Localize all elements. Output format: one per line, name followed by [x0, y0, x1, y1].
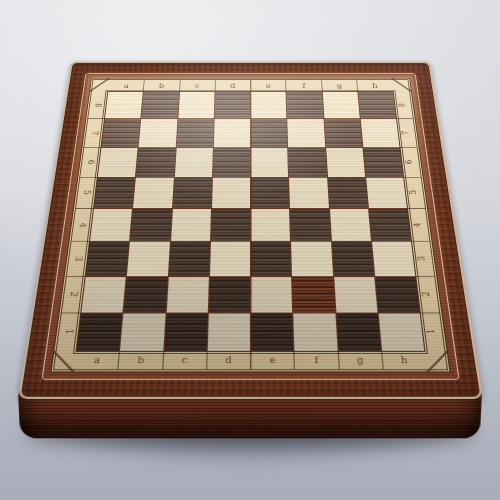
rank-label-1: 1 [420, 312, 445, 351]
square-e2[interactable] [251, 277, 292, 313]
file-label-f: f [285, 80, 321, 92]
rank-label-7: 7 [84, 118, 105, 146]
file-label-c: c [179, 80, 215, 92]
square-f3[interactable] [291, 242, 332, 276]
square-e4[interactable] [251, 209, 290, 241]
square-a1[interactable] [77, 313, 123, 351]
file-label-d: d [214, 80, 250, 92]
square-d2[interactable] [209, 277, 250, 313]
square-c4[interactable] [171, 209, 211, 241]
square-h2[interactable] [375, 277, 420, 313]
square-d6[interactable] [213, 148, 250, 177]
square-h4[interactable] [369, 209, 411, 241]
scene: abcdefgh abcdefgh 87654321 87654321 [0, 0, 500, 500]
board-box-side [18, 393, 482, 438]
square-d8[interactable] [214, 92, 250, 118]
border-corner-mitre [391, 78, 412, 92]
square-h3[interactable] [372, 242, 415, 276]
square-h1[interactable] [378, 313, 424, 351]
rank-label-5: 5 [403, 177, 425, 208]
file-label-c: c [162, 351, 207, 369]
square-d1[interactable] [207, 313, 250, 351]
square-e7[interactable] [251, 119, 287, 147]
square-f4[interactable] [290, 209, 330, 241]
square-g7[interactable] [324, 119, 362, 147]
border-corner-mitre [424, 351, 450, 373]
square-g3[interactable] [332, 242, 374, 276]
square-d7[interactable] [214, 119, 250, 147]
file-label-d: d [206, 351, 250, 369]
square-h5[interactable] [366, 178, 407, 209]
square-a4[interactable] [90, 209, 132, 241]
square-c7[interactable] [176, 119, 213, 147]
square-b1[interactable] [120, 313, 165, 351]
rank-label-6: 6 [80, 147, 101, 177]
square-e8[interactable] [251, 92, 287, 118]
file-label-h: h [381, 351, 427, 369]
square-b3[interactable] [127, 242, 169, 276]
square-g6[interactable] [326, 148, 365, 177]
square-a7[interactable] [102, 119, 141, 147]
square-d4[interactable] [211, 209, 250, 241]
square-c6[interactable] [174, 148, 212, 177]
square-b6[interactable] [136, 148, 175, 177]
square-f5[interactable] [289, 178, 328, 209]
border-corner-mitre [89, 78, 110, 92]
rank-label-8: 8 [88, 92, 108, 118]
square-b5[interactable] [133, 178, 173, 209]
square-b8[interactable] [141, 92, 178, 118]
coordinate-border: abcdefgh abcdefgh 87654321 87654321 [50, 78, 450, 373]
rank-label-8: 8 [393, 92, 413, 118]
file-label-e: e [250, 351, 294, 369]
square-c1[interactable] [164, 313, 208, 351]
file-label-a: a [108, 80, 144, 92]
file-label-e: e [250, 80, 286, 92]
square-a5[interactable] [94, 178, 135, 209]
border-corner-mitre [50, 351, 76, 373]
square-h7[interactable] [361, 119, 400, 147]
square-b2[interactable] [124, 277, 168, 313]
square-c8[interactable] [178, 92, 214, 118]
square-d5[interactable] [212, 178, 250, 209]
square-f7[interactable] [287, 119, 324, 147]
square-e3[interactable] [251, 242, 291, 276]
square-g2[interactable] [334, 277, 378, 313]
square-c3[interactable] [168, 242, 209, 276]
square-b7[interactable] [139, 119, 177, 147]
square-a6[interactable] [98, 148, 138, 177]
rank-label-5: 5 [76, 177, 98, 208]
file-label-g: g [337, 351, 382, 369]
rank-label-3: 3 [411, 241, 434, 276]
square-g5[interactable] [328, 178, 368, 209]
square-h8[interactable] [358, 92, 396, 118]
file-label-h: h [356, 80, 393, 92]
rank-label-7: 7 [396, 118, 417, 146]
square-f2[interactable] [292, 277, 334, 313]
square-h6[interactable] [363, 148, 403, 177]
rank-label-4: 4 [407, 208, 429, 241]
square-e6[interactable] [251, 148, 288, 177]
square-a2[interactable] [81, 277, 126, 313]
file-label-f: f [294, 351, 339, 369]
square-a8[interactable] [105, 92, 143, 118]
rank-label-6: 6 [399, 147, 420, 177]
square-b4[interactable] [130, 209, 171, 241]
square-g8[interactable] [322, 92, 359, 118]
square-e5[interactable] [251, 178, 289, 209]
square-c2[interactable] [166, 277, 208, 313]
file-label-g: g [321, 80, 357, 92]
rank-label-2: 2 [415, 276, 439, 313]
chess-board: abcdefgh abcdefgh 87654321 87654321 [18, 62, 483, 399]
square-a3[interactable] [86, 242, 129, 276]
square-g1[interactable] [336, 313, 381, 351]
square-g4[interactable] [330, 209, 371, 241]
square-f6[interactable] [288, 148, 326, 177]
square-c5[interactable] [173, 178, 212, 209]
square-d3[interactable] [210, 242, 250, 276]
file-label-a: a [74, 351, 119, 369]
square-e1[interactable] [251, 313, 294, 351]
square-f8[interactable] [287, 92, 323, 118]
square-f1[interactable] [293, 313, 337, 351]
file-label-b: b [143, 80, 179, 92]
file-label-b: b [117, 351, 162, 369]
